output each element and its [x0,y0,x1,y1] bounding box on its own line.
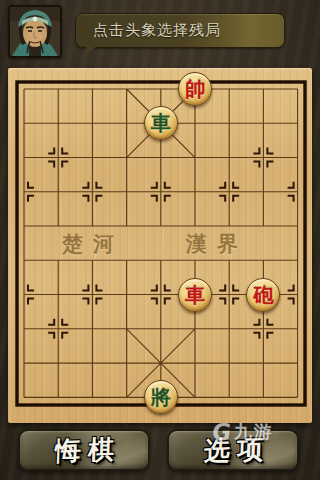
speech-bubble: 点击头象选择残局 [75,13,285,48]
general-portrait-image [10,7,60,56]
piece-red-cannon[interactable]: 砲 [246,278,280,312]
piece-char: 砲 [247,279,279,312]
options-button-label: 选项 [196,430,270,471]
piece-red-general[interactable]: 帥 [178,72,212,106]
piece-char: 車 [179,279,211,312]
piece-red-chariot[interactable]: 車 [178,278,212,312]
options-button[interactable]: 选项 [167,429,299,471]
app-screen: 点击头象选择残局 楚河 漢界 帥車車砲將 悔棋 选项 G 九游 [0,0,320,480]
piece-char: 將 [145,381,177,414]
river-label-right: 漢界 [186,230,248,258]
undo-button[interactable]: 悔棋 [18,429,150,471]
piece-black-chariot[interactable]: 車 [144,106,178,140]
piece-char: 帥 [179,73,211,106]
undo-button-label: 悔棋 [47,430,121,471]
piece-char: 車 [145,107,177,140]
xiangqi-board[interactable]: 楚河 漢界 帥車車砲將 [8,68,312,423]
avatar-button[interactable] [8,5,62,58]
river-label-left: 楚河 [62,230,124,258]
bubble-text: 点击头象选择残局 [76,14,284,47]
piece-black-general[interactable]: 將 [144,380,178,414]
speech-bubble-tail [86,46,97,55]
